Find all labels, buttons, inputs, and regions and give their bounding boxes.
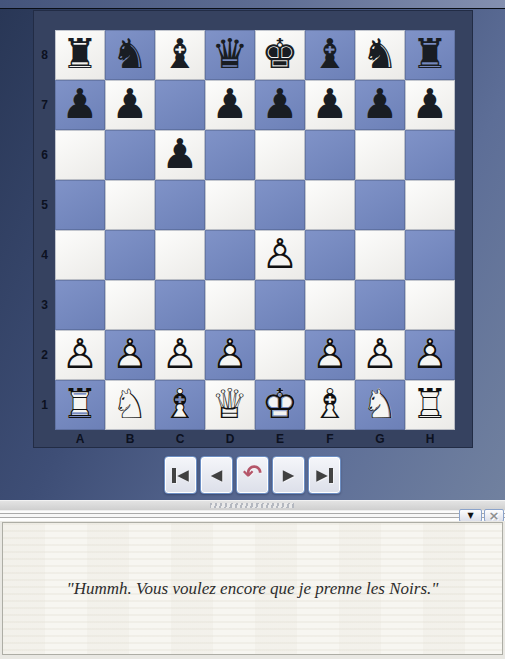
square-e6[interactable] (255, 130, 305, 180)
square-e1[interactable]: ♚♔ (255, 380, 305, 430)
piece-white-bishop[interactable]: ♝ (305, 380, 355, 430)
piece-white-king[interactable]: ♚ (255, 380, 305, 430)
square-a1[interactable]: ♜♖ (55, 380, 105, 430)
horizontal-splitter[interactable] (0, 500, 505, 510)
square-h5[interactable] (405, 180, 455, 230)
file-label-h: H (405, 430, 455, 448)
piece-white-knight[interactable]: ♞ (355, 380, 405, 430)
piece-black-rook[interactable]: ♜ (405, 30, 455, 80)
piece-white-pawn-outline: ♙ (205, 330, 255, 380)
piece-black-king[interactable]: ♚ (255, 30, 305, 80)
previous-move-button[interactable]: ◀ (200, 456, 233, 494)
piece-black-pawn[interactable]: ♟ (255, 80, 305, 130)
piece-white-pawn-outline: ♙ (55, 330, 105, 380)
square-d6[interactable] (205, 130, 255, 180)
square-b7[interactable]: ♟ (105, 80, 155, 130)
piece-black-pawn[interactable]: ♟ (305, 80, 355, 130)
chess-app-window: 8♜♞♝♛♚♝♞♜7♟♟♟♟♟♟♟6♟54♟♙32♟♙♟♙♟♙♟♙♟♙♟♙♟♙1… (0, 0, 505, 659)
square-c4[interactable] (155, 230, 205, 280)
engine-comment-panel: "Hummh. Vous voulez encore que je prenne… (2, 522, 503, 655)
square-d7[interactable]: ♟ (205, 80, 255, 130)
square-f5[interactable] (305, 180, 355, 230)
square-a8[interactable]: ♜ (55, 30, 105, 80)
file-label-d: D (205, 430, 255, 448)
piece-black-bishop[interactable]: ♝ (305, 30, 355, 80)
engine-comment-text: "Hummh. Vous voulez encore que je prenne… (47, 579, 459, 599)
piece-white-pawn-outline: ♙ (405, 330, 455, 380)
first-move-icon (172, 468, 176, 483)
piece-black-pawn[interactable]: ♟ (55, 80, 105, 130)
square-f4[interactable] (305, 230, 355, 280)
panel-title-groove (0, 510, 505, 521)
piece-white-pawn[interactable]: ♟ (55, 330, 105, 380)
piece-white-pawn[interactable]: ♟ (355, 330, 405, 380)
piece-white-queen[interactable]: ♛ (205, 380, 255, 430)
square-d5[interactable] (205, 180, 255, 230)
square-a7[interactable]: ♟ (55, 80, 105, 130)
chess-board: 8♜♞♝♛♚♝♞♜7♟♟♟♟♟♟♟6♟54♟♙32♟♙♟♙♟♙♟♙♟♙♟♙♟♙1… (33, 10, 473, 448)
square-g5[interactable] (355, 180, 405, 230)
square-h3[interactable] (405, 280, 455, 330)
go-to-first-move-button[interactable]: ◀ (164, 456, 197, 494)
square-b6[interactable] (105, 130, 155, 180)
square-c2[interactable]: ♟♙ (155, 330, 205, 380)
square-b5[interactable] (105, 180, 155, 230)
square-b2[interactable]: ♟♙ (105, 330, 155, 380)
rank-label-5: 5 (34, 180, 55, 230)
square-g2[interactable]: ♟♙ (355, 330, 405, 380)
piece-black-queen[interactable]: ♛ (205, 30, 255, 80)
square-a5[interactable] (55, 180, 105, 230)
square-c7[interactable] (155, 80, 205, 130)
piece-white-knight[interactable]: ♞ (105, 380, 155, 430)
square-h8[interactable]: ♜ (405, 30, 455, 80)
file-label-e: E (255, 430, 305, 448)
square-e5[interactable] (255, 180, 305, 230)
square-d3[interactable] (205, 280, 255, 330)
square-e7[interactable]: ♟ (255, 80, 305, 130)
square-c5[interactable] (155, 180, 205, 230)
previous-move-icon: ◀ (211, 468, 223, 483)
square-e2[interactable] (255, 330, 305, 380)
piece-black-bishop[interactable]: ♝ (155, 30, 205, 80)
piece-black-rook[interactable]: ♜ (55, 30, 105, 80)
window-top-edge (0, 0, 505, 9)
splitter-grip[interactable] (210, 503, 294, 508)
square-c1[interactable]: ♝♗ (155, 380, 205, 430)
piece-white-rook-outline: ♖ (55, 380, 105, 430)
square-b8[interactable]: ♞ (105, 30, 155, 80)
square-e8[interactable]: ♚ (255, 30, 305, 80)
square-g8[interactable]: ♞ (355, 30, 405, 80)
square-g6[interactable] (355, 130, 405, 180)
piece-black-pawn[interactable]: ♟ (155, 130, 205, 180)
piece-white-knight-outline: ♘ (355, 380, 405, 430)
square-a4[interactable] (55, 230, 105, 280)
rank-label-1: 1 (34, 380, 55, 430)
square-h6[interactable] (405, 130, 455, 180)
undo-icon: ↶ (243, 462, 262, 485)
piece-white-pawn-outline: ♙ (355, 330, 405, 380)
square-d2[interactable]: ♟♙ (205, 330, 255, 380)
file-label-a: A (55, 430, 105, 448)
rank-label-3: 3 (34, 280, 55, 330)
undo-move-button[interactable]: ↶ (236, 456, 269, 494)
rank-label-2: 2 (34, 330, 55, 380)
piece-white-pawn-outline: ♙ (155, 330, 205, 380)
square-b1[interactable]: ♞♘ (105, 380, 155, 430)
square-f8[interactable]: ♝ (305, 30, 355, 80)
square-h1[interactable]: ♜♖ (405, 380, 455, 430)
piece-white-pawn[interactable]: ♟ (255, 230, 305, 280)
square-c6[interactable]: ♟ (155, 130, 205, 180)
square-g7[interactable]: ♟ (355, 80, 405, 130)
piece-white-pawn[interactable]: ♟ (205, 330, 255, 380)
rank-label-4: 4 (34, 230, 55, 280)
board-frame-corner (34, 430, 55, 448)
piece-black-pawn[interactable]: ♟ (355, 80, 405, 130)
square-d1[interactable]: ♛♕ (205, 380, 255, 430)
engine-comment-area: "Hummh. Vous voulez encore que je prenne… (0, 521, 505, 659)
rank-label-8: 8 (34, 30, 55, 80)
square-f1[interactable]: ♝♗ (305, 380, 355, 430)
piece-white-rook[interactable]: ♜ (405, 380, 455, 430)
square-f2[interactable]: ♟♙ (305, 330, 355, 380)
square-f3[interactable] (305, 280, 355, 330)
square-f6[interactable] (305, 130, 355, 180)
piece-white-knight-outline: ♘ (105, 380, 155, 430)
piece-white-bishop-outline: ♗ (305, 380, 355, 430)
square-b3[interactable] (105, 280, 155, 330)
square-c3[interactable] (155, 280, 205, 330)
piece-white-pawn[interactable]: ♟ (305, 330, 355, 380)
go-to-last-move-button[interactable]: ▶ (308, 456, 341, 494)
last-move-icon (329, 468, 333, 483)
piece-white-rook-outline: ♖ (405, 380, 455, 430)
last-move-icon: ▶ (316, 468, 328, 483)
square-c8[interactable]: ♝ (155, 30, 205, 80)
square-d8[interactable]: ♛ (205, 30, 255, 80)
square-g3[interactable] (355, 280, 405, 330)
piece-white-pawn-outline: ♙ (255, 230, 305, 280)
rank-label-6: 6 (34, 130, 55, 180)
rank-label-7: 7 (34, 80, 55, 130)
collapse-arrow-icon: ▼ (467, 512, 473, 520)
piece-black-pawn[interactable]: ♟ (405, 80, 455, 130)
piece-white-rook[interactable]: ♜ (55, 380, 105, 430)
square-b4[interactable] (105, 230, 155, 280)
piece-white-pawn[interactable]: ♟ (405, 330, 455, 380)
file-label-b: B (105, 430, 155, 448)
square-a6[interactable] (55, 130, 105, 180)
file-label-c: C (155, 430, 205, 448)
square-a2[interactable]: ♟♙ (55, 330, 105, 380)
square-e3[interactable] (255, 280, 305, 330)
piece-white-bishop-outline: ♗ (155, 380, 205, 430)
next-move-button[interactable]: ▶ (272, 456, 305, 494)
square-e4[interactable]: ♟♙ (255, 230, 305, 280)
piece-white-queen-outline: ♕ (205, 380, 255, 430)
move-navigation-toolbar: ◀ ◀ ↶ ▶ ▶ (0, 456, 505, 494)
piece-white-pawn-outline: ♙ (105, 330, 155, 380)
square-d4[interactable] (205, 230, 255, 280)
piece-white-king-outline: ♔ (255, 380, 305, 430)
piece-black-pawn[interactable]: ♟ (105, 80, 155, 130)
file-label-g: G (355, 430, 405, 448)
square-g1[interactable]: ♞♘ (355, 380, 405, 430)
square-a3[interactable] (55, 280, 105, 330)
square-g4[interactable] (355, 230, 405, 280)
piece-white-pawn[interactable]: ♟ (155, 330, 205, 380)
square-f7[interactable]: ♟ (305, 80, 355, 130)
square-h2[interactable]: ♟♙ (405, 330, 455, 380)
square-h4[interactable] (405, 230, 455, 280)
piece-black-pawn[interactable]: ♟ (205, 80, 255, 130)
piece-black-knight[interactable]: ♞ (355, 30, 405, 80)
first-move-icon: ◀ (177, 468, 189, 483)
piece-white-pawn-outline: ♙ (305, 330, 355, 380)
square-h7[interactable]: ♟ (405, 80, 455, 130)
piece-white-bishop[interactable]: ♝ (155, 380, 205, 430)
file-label-f: F (305, 430, 355, 448)
piece-white-pawn[interactable]: ♟ (105, 330, 155, 380)
piece-black-knight[interactable]: ♞ (105, 30, 155, 80)
next-move-icon: ▶ (283, 468, 295, 483)
